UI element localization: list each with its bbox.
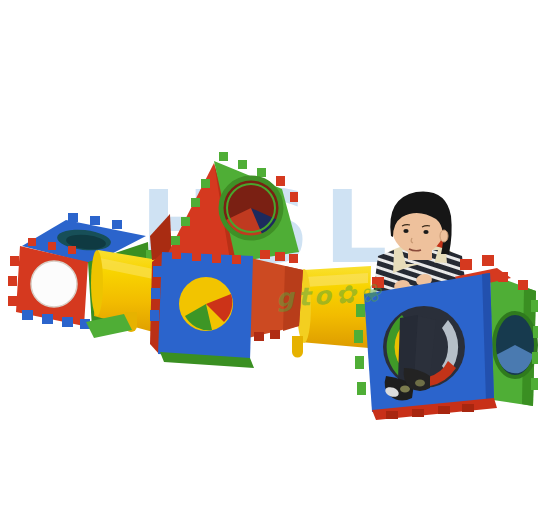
tube-right-leg <box>292 336 303 358</box>
boy-eye-left <box>403 229 408 233</box>
script-watermark: gto✿❀ <box>275 278 385 313</box>
boy-eye-right <box>423 230 428 234</box>
photo: HSL <box>0 0 538 522</box>
play-set-scene <box>0 0 538 522</box>
boy-ear <box>440 230 448 242</box>
left-cube <box>8 213 170 338</box>
tunnel-house <box>150 152 371 368</box>
left-cube-porthole <box>31 261 77 307</box>
tube-left-cap <box>91 250 103 316</box>
boy-shoe-front-patch <box>400 386 410 393</box>
boy-shoe-back-patch <box>415 380 425 387</box>
